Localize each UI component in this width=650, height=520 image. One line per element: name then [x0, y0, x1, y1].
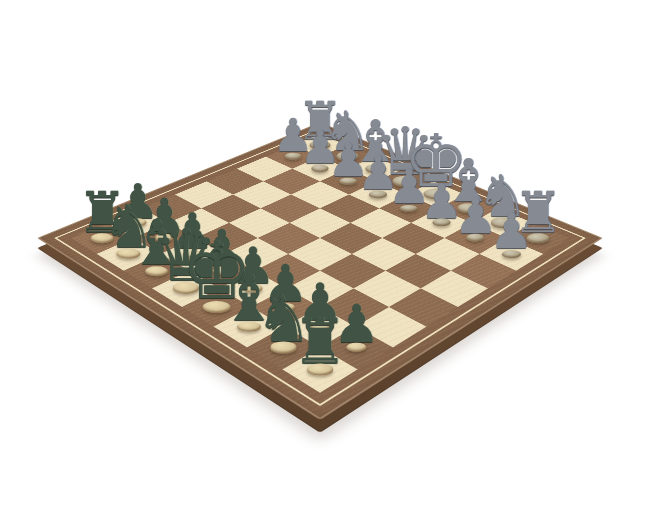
- chess-board: [37, 122, 603, 420]
- product-photo-stage: ♜♞♝♛♚♝♞♜♟♟♟♟♟♟♟♟♟♟♟♟♟♟♟♟♜♞♝♛♚♝♞♜: [0, 0, 650, 520]
- board-grid: [71, 134, 569, 393]
- board-scene: [120, 38, 520, 438]
